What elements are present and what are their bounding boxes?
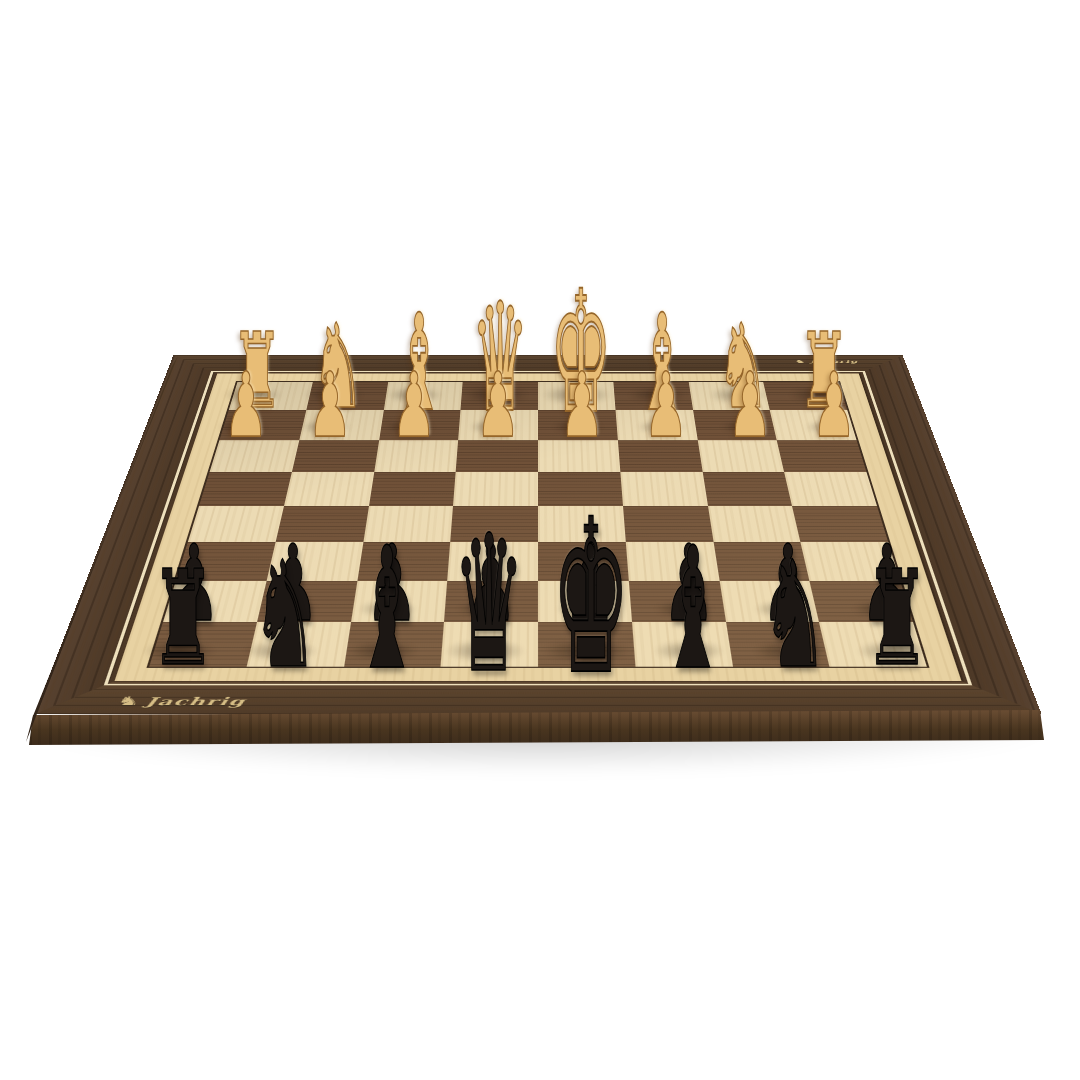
square-r5c6[interactable] <box>623 506 713 542</box>
square-r6c1[interactable] <box>176 542 276 581</box>
brand-logo: ♞ Jachrig <box>115 695 247 708</box>
square-r2c4[interactable] <box>458 410 538 440</box>
square-r4c8[interactable] <box>784 472 877 506</box>
brand-label-far: Jachrig <box>809 359 859 363</box>
square-r4c1[interactable] <box>199 472 292 506</box>
square-r8c8[interactable] <box>819 622 927 666</box>
square-r4c5[interactable] <box>538 472 623 506</box>
square-r1c1[interactable] <box>229 382 313 410</box>
square-r7c4[interactable] <box>444 581 538 622</box>
square-r5c7[interactable] <box>708 506 801 542</box>
square-r8c2[interactable] <box>246 622 350 666</box>
square-r3c1[interactable] <box>210 440 300 472</box>
square-r2c6[interactable] <box>615 410 697 440</box>
square-r4c7[interactable] <box>702 472 792 506</box>
square-r7c5[interactable] <box>538 581 632 622</box>
square-r1c3[interactable] <box>383 382 463 410</box>
square-r3c8[interactable] <box>777 440 867 472</box>
square-r1c8[interactable] <box>763 382 847 410</box>
square-r8c7[interactable] <box>726 622 830 666</box>
square-r8c6[interactable] <box>632 622 733 666</box>
square-r6c2[interactable] <box>266 542 363 581</box>
square-r8c4[interactable] <box>441 622 538 666</box>
square-r7c1[interactable] <box>163 581 266 622</box>
square-r6c4[interactable] <box>447 542 538 581</box>
square-r5c4[interactable] <box>450 506 538 542</box>
square-r5c2[interactable] <box>275 506 368 542</box>
board-front-edge <box>29 710 1044 746</box>
square-r1c2[interactable] <box>306 382 388 410</box>
square-r1c7[interactable] <box>688 382 770 410</box>
square-r1c4[interactable] <box>461 382 538 410</box>
brand-logo-far: ♞ Jachrig <box>794 359 859 363</box>
square-r6c6[interactable] <box>626 542 720 581</box>
square-r3c3[interactable] <box>374 440 459 472</box>
square-r8c3[interactable] <box>344 622 445 666</box>
square-r4c6[interactable] <box>620 472 707 506</box>
square-r7c7[interactable] <box>719 581 819 622</box>
square-r3c6[interactable] <box>618 440 703 472</box>
square-r7c3[interactable] <box>350 581 447 622</box>
square-r8c5[interactable] <box>538 622 635 666</box>
square-r2c5[interactable] <box>538 410 618 440</box>
square-r6c8[interactable] <box>801 542 901 581</box>
square-r2c7[interactable] <box>693 410 777 440</box>
square-r7c8[interactable] <box>810 581 913 622</box>
square-r4c4[interactable] <box>453 472 538 506</box>
square-r7c2[interactable] <box>257 581 357 622</box>
square-r3c4[interactable] <box>456 440 538 472</box>
square-r2c8[interactable] <box>770 410 857 440</box>
square-r3c5[interactable] <box>538 440 620 472</box>
square-r3c2[interactable] <box>292 440 379 472</box>
chess-set-product-photo: ♞ Jachrig ♞ Jachrig ♜♞♝♛♚♝♞♜♟♟♟♟♟♟♟♟♟♟♟♟… <box>0 0 1080 1080</box>
knight-icon: ♞ <box>115 695 143 708</box>
knight-icon: ♞ <box>794 359 807 363</box>
square-r4c2[interactable] <box>284 472 374 506</box>
square-r2c3[interactable] <box>379 410 461 440</box>
brand-label: Jachrig <box>144 695 247 708</box>
square-r7c6[interactable] <box>629 581 726 622</box>
square-r5c5[interactable] <box>538 506 626 542</box>
squares-grid <box>147 381 930 667</box>
square-r6c3[interactable] <box>357 542 451 581</box>
square-r2c2[interactable] <box>299 410 383 440</box>
chessboard: ♞ Jachrig ♞ Jachrig <box>34 355 1041 714</box>
square-r6c7[interactable] <box>713 542 810 581</box>
square-r5c3[interactable] <box>363 506 453 542</box>
square-r3c7[interactable] <box>697 440 784 472</box>
square-r5c1[interactable] <box>188 506 284 542</box>
square-r8c1[interactable] <box>149 622 257 666</box>
square-r6c5[interactable] <box>538 542 629 581</box>
square-r5c8[interactable] <box>792 506 888 542</box>
square-r1c5[interactable] <box>538 382 615 410</box>
square-r1c6[interactable] <box>613 382 693 410</box>
square-r2c1[interactable] <box>219 410 306 440</box>
square-r4c3[interactable] <box>369 472 456 506</box>
